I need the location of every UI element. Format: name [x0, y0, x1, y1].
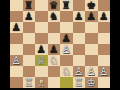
square-h3[interactable] — [98, 55, 111, 66]
square-f3[interactable] — [73, 55, 86, 66]
square-b2[interactable] — [23, 66, 36, 77]
square-d8[interactable]: ♛ — [48, 0, 61, 11]
black-pawn-c4: ♟ — [35, 44, 48, 55]
square-h7[interactable]: ♟ — [98, 11, 111, 22]
square-a7[interactable] — [10, 11, 23, 22]
black-rook-e8: ♜ — [60, 0, 73, 11]
square-b8[interactable]: ♜ — [23, 0, 36, 11]
square-b1[interactable]: ♖ — [23, 77, 36, 88]
square-d6[interactable] — [48, 22, 61, 33]
white-bishop-c1: ♗ — [35, 77, 48, 88]
square-d5[interactable] — [48, 33, 61, 44]
square-e2[interactable]: ♘ — [60, 66, 73, 77]
white-pawn-f2: ♙ — [73, 66, 86, 77]
square-h6[interactable] — [98, 22, 111, 33]
black-pawn-h7: ♟ — [98, 11, 111, 22]
square-b7[interactable]: ♟ — [23, 11, 36, 22]
white-king-g1: ♔ — [85, 77, 98, 88]
square-c2[interactable] — [35, 66, 48, 77]
square-h5[interactable] — [98, 33, 111, 44]
square-e6[interactable] — [60, 22, 73, 33]
square-f5[interactable] — [73, 33, 86, 44]
black-pawn-b7: ♟ — [23, 11, 36, 22]
white-pawn-g2: ♙ — [85, 66, 98, 77]
black-pawn-d4: ♟ — [48, 44, 61, 55]
square-a6[interactable]: ♟ — [10, 22, 23, 33]
square-e5[interactable]: ♟ — [60, 33, 73, 44]
black-king-g8: ♚ — [85, 0, 98, 11]
letterbox-strip-bottom — [10, 88, 110, 90]
black-queen-d8: ♛ — [48, 0, 61, 11]
chess-board[interactable]: ♜♛♜♚♟♞♟♟♟♟♟♟♟♙♙♕♘♘♙♙♙♖♗♖♔ — [10, 0, 110, 88]
square-a2[interactable] — [10, 66, 23, 77]
square-g2[interactable]: ♙ — [85, 66, 98, 77]
square-a5[interactable] — [10, 33, 23, 44]
black-rook-b8: ♜ — [23, 0, 36, 11]
square-c3[interactable]: ♕ — [35, 55, 48, 66]
square-c6[interactable] — [35, 22, 48, 33]
square-f6[interactable] — [73, 22, 86, 33]
black-pawn-g7: ♟ — [85, 11, 98, 22]
square-h4[interactable] — [98, 44, 111, 55]
square-g4[interactable] — [85, 44, 98, 55]
black-pawn-f7: ♟ — [73, 11, 86, 22]
square-b4[interactable] — [23, 44, 36, 55]
square-e3[interactable] — [60, 55, 73, 66]
white-rook-f1: ♖ — [73, 77, 86, 88]
black-pawn-a6: ♟ — [10, 22, 23, 33]
white-rook-b1: ♖ — [23, 77, 36, 88]
black-pawn-e5: ♟ — [60, 33, 73, 44]
square-f2[interactable]: ♙ — [73, 66, 86, 77]
square-c8[interactable] — [35, 0, 48, 11]
square-d7[interactable]: ♞ — [48, 11, 61, 22]
square-d2[interactable] — [48, 66, 61, 77]
square-e1[interactable] — [60, 77, 73, 88]
square-a3[interactable]: ♙ — [10, 55, 23, 66]
square-g3[interactable] — [85, 55, 98, 66]
square-c4[interactable]: ♟ — [35, 44, 48, 55]
white-knight-e2: ♘ — [60, 66, 73, 77]
white-pawn-a3: ♙ — [10, 55, 23, 66]
square-d1[interactable] — [48, 77, 61, 88]
square-a4[interactable] — [10, 44, 23, 55]
square-e8[interactable]: ♜ — [60, 0, 73, 11]
video-frame: ♜♛♜♚♟♞♟♟♟♟♟♟♟♙♙♕♘♘♙♙♙♖♗♖♔ — [0, 0, 120, 90]
square-c1[interactable]: ♗ — [35, 77, 48, 88]
square-g1[interactable]: ♔ — [85, 77, 98, 88]
square-f7[interactable]: ♟ — [73, 11, 86, 22]
black-knight-d7: ♞ — [48, 11, 61, 22]
square-g8[interactable]: ♚ — [85, 0, 98, 11]
white-queen-c3: ♕ — [35, 55, 48, 66]
square-g7[interactable]: ♟ — [85, 11, 98, 22]
square-b6[interactable] — [23, 22, 36, 33]
square-a8[interactable] — [10, 0, 23, 11]
square-f4[interactable] — [73, 44, 86, 55]
square-e4[interactable]: ♙ — [60, 44, 73, 55]
white-knight-d3: ♘ — [48, 55, 61, 66]
pillarbox-bar-left — [0, 0, 10, 90]
square-f8[interactable] — [73, 0, 86, 11]
square-d3[interactable]: ♘ — [48, 55, 61, 66]
square-g6[interactable] — [85, 22, 98, 33]
square-b3[interactable] — [23, 55, 36, 66]
square-a1[interactable] — [10, 77, 23, 88]
square-h1[interactable] — [98, 77, 111, 88]
square-e7[interactable] — [60, 11, 73, 22]
square-c5[interactable] — [35, 33, 48, 44]
pillarbox-bar-right — [110, 0, 120, 90]
square-d4[interactable]: ♟ — [48, 44, 61, 55]
square-b5[interactable] — [23, 33, 36, 44]
square-h8[interactable] — [98, 0, 111, 11]
white-pawn-h2: ♙ — [98, 66, 111, 77]
square-g5[interactable] — [85, 33, 98, 44]
square-f1[interactable]: ♖ — [73, 77, 86, 88]
square-c7[interactable] — [35, 11, 48, 22]
white-pawn-e4: ♙ — [60, 44, 73, 55]
square-h2[interactable]: ♙ — [98, 66, 111, 77]
